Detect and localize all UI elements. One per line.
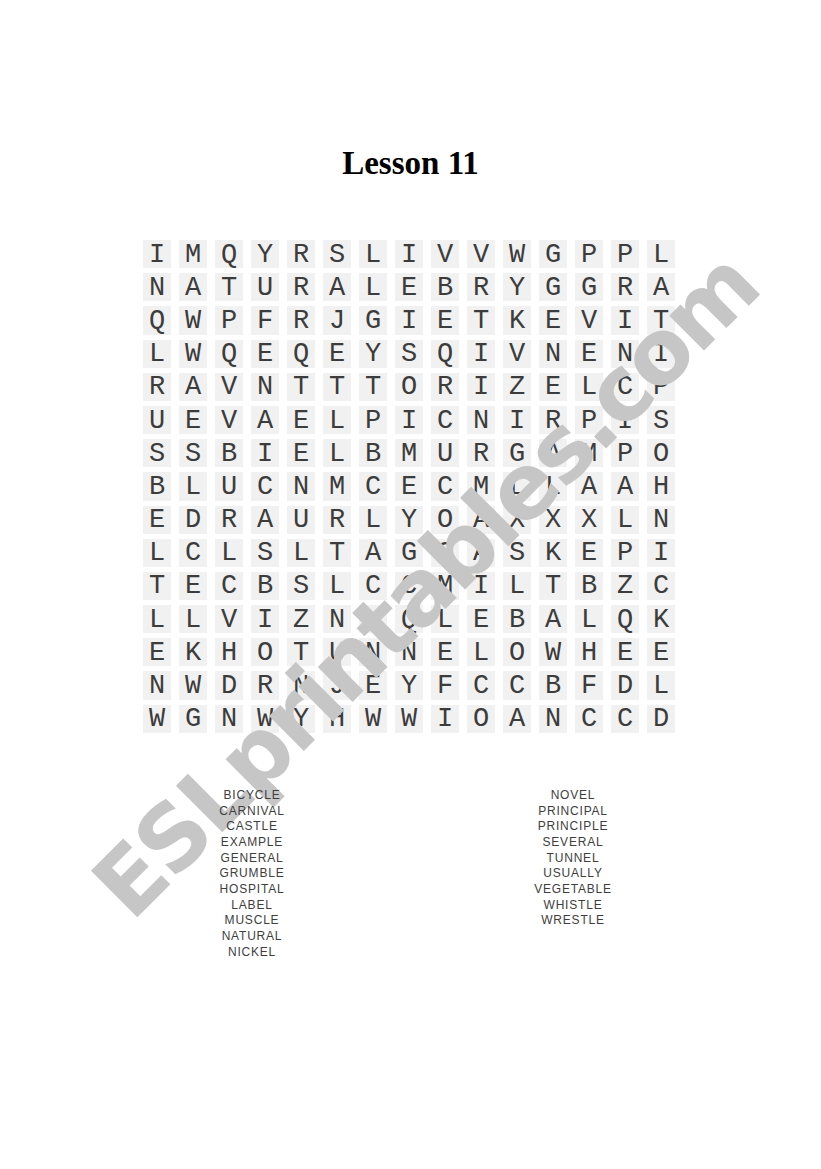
grid-cell-r13c11: O [499, 636, 535, 669]
grid-cell-r5c1: R [139, 371, 175, 404]
grid-letter: L [149, 538, 165, 568]
grid-cell-r5c3: V [211, 371, 247, 404]
grid-cell-r14c11: C [499, 669, 535, 702]
grid-cell-r7c3: B [211, 437, 247, 470]
grid-cell-r6c5: E [283, 404, 319, 437]
grid-letter: V [473, 240, 489, 270]
grid-letter: I [401, 240, 417, 270]
grid-letter: Q [221, 240, 237, 270]
word-list-item: WHISTLE [534, 898, 612, 914]
word-list-item: WRESTLE [534, 913, 612, 929]
grid-cell-r15c8: W [391, 703, 427, 736]
grid-cell-r4c7: Y [355, 338, 391, 371]
grid-cell-r2c7: L [355, 271, 391, 304]
grid-letter: I [473, 339, 489, 369]
grid-letter: H [581, 638, 597, 668]
grid-letter: K [545, 538, 561, 568]
grid-cell-r6c10: N [463, 404, 499, 437]
grid-letter: N [545, 704, 561, 734]
grid-letter: C [509, 671, 525, 701]
grid-cell-r7c7: B [355, 437, 391, 470]
grid-cell-r9c7: L [355, 504, 391, 537]
grid-letter: E [185, 571, 201, 601]
grid-letter: E [581, 538, 597, 568]
grid-letter: C [473, 671, 489, 701]
grid-cell-r8c1: B [139, 470, 175, 503]
grid-cell-r4c4: E [247, 338, 283, 371]
grid-cell-r13c3: H [211, 636, 247, 669]
grid-cell-r1c13: P [571, 238, 607, 271]
grid-letter: P [617, 538, 633, 568]
grid-cell-r5c9: R [427, 371, 463, 404]
grid-cell-r13c13: H [571, 636, 607, 669]
grid-letter: G [365, 306, 381, 336]
grid-letter: L [581, 605, 597, 635]
grid-letter: E [617, 638, 633, 668]
grid-cell-r13c15: E [643, 636, 679, 669]
grid-letter: I [653, 538, 669, 568]
grid-cell-r12c15: K [643, 603, 679, 636]
grid-cell-r3c4: F [247, 304, 283, 337]
grid-letter: C [437, 406, 453, 436]
grid-cell-r1c3: Q [211, 238, 247, 271]
grid-cell-r1c11: W [499, 238, 535, 271]
grid-letter: E [437, 306, 453, 336]
grid-cell-r7c1: S [139, 437, 175, 470]
grid-letter: C [365, 472, 381, 502]
grid-letter: A [257, 406, 273, 436]
grid-letter: N [257, 372, 273, 402]
grid-letter: R [473, 273, 489, 303]
grid-cell-r1c8: I [391, 238, 427, 271]
grid-letter: L [473, 638, 489, 668]
grid-letter: C [581, 704, 597, 734]
grid-letter: E [257, 339, 273, 369]
grid-cell-r10c1: L [139, 537, 175, 570]
grid-cell-r1c10: V [463, 238, 499, 271]
grid-cell-r13c14: E [607, 636, 643, 669]
grid-letter: O [473, 704, 489, 734]
grid-letter: L [185, 472, 201, 502]
grid-letter: V [437, 240, 453, 270]
grid-letter: L [653, 240, 669, 270]
grid-letter: F [437, 671, 453, 701]
grid-cell-r11c2: E [175, 570, 211, 603]
grid-letter: A [257, 505, 273, 535]
grid-cell-r13c10: L [463, 636, 499, 669]
grid-letter: L [149, 339, 165, 369]
grid-letter: T [293, 372, 309, 402]
grid-cell-r13c12: W [535, 636, 571, 669]
grid-cell-r11c12: T [535, 570, 571, 603]
grid-letter: Q [617, 605, 633, 635]
grid-cell-r1c4: Y [247, 238, 283, 271]
grid-cell-r14c13: F [571, 669, 607, 702]
grid-cell-r15c14: C [607, 703, 643, 736]
grid-letter: F [257, 306, 273, 336]
grid-cell-r14c1: N [139, 669, 175, 702]
grid-cell-r3c3: P [211, 304, 247, 337]
grid-letter: E [293, 439, 309, 469]
grid-letter: I [149, 240, 165, 270]
grid-letter: I [257, 605, 273, 635]
grid-cell-r5c11: Z [499, 371, 535, 404]
grid-cell-r11c4: B [247, 570, 283, 603]
grid-letter: W [185, 306, 201, 336]
grid-cell-r7c8: M [391, 437, 427, 470]
grid-letter: G [545, 273, 561, 303]
word-list-item: BICYCLE [219, 788, 285, 804]
grid-cell-r5c7: T [355, 371, 391, 404]
grid-letter: T [365, 372, 381, 402]
grid-letter: R [293, 273, 309, 303]
grid-letter: C [653, 571, 669, 601]
grid-letter: A [545, 605, 561, 635]
grid-cell-r9c5: U [283, 504, 319, 537]
grid-cell-r4c2: W [175, 338, 211, 371]
grid-cell-r8c3: U [211, 470, 247, 503]
grid-cell-r5c5: T [283, 371, 319, 404]
grid-cell-r3c8: I [391, 304, 427, 337]
grid-letter: R [293, 240, 309, 270]
grid-cell-r10c6: T [319, 537, 355, 570]
grid-letter: E [329, 339, 345, 369]
grid-letter: Z [509, 372, 525, 402]
grid-letter: N [653, 505, 669, 535]
grid-cell-r4c9: Q [427, 338, 463, 371]
grid-cell-r3c5: R [283, 304, 319, 337]
grid-cell-r4c12: N [535, 338, 571, 371]
grid-letter: L [617, 505, 633, 535]
grid-cell-r12c14: Q [607, 603, 643, 636]
grid-letter: B [221, 439, 237, 469]
grid-cell-r15c12: N [535, 703, 571, 736]
grid-letter: B [509, 605, 525, 635]
grid-cell-r10c2: C [175, 537, 211, 570]
grid-cell-r10c5: L [283, 537, 319, 570]
grid-letter: S [149, 439, 165, 469]
word-list-right: NOVELPRINCIPALPRINCIPLESEVERALTUNNELUSUA… [534, 788, 612, 929]
grid-cell-r10c4: S [247, 537, 283, 570]
grid-letter: J [329, 306, 345, 336]
grid-letter: V [221, 605, 237, 635]
grid-letter: E [473, 605, 489, 635]
word-list-item: NATURAL [219, 929, 285, 945]
grid-letter: C [617, 704, 633, 734]
grid-cell-r1c7: L [355, 238, 391, 271]
grid-cell-r7c4: I [247, 437, 283, 470]
word-list-item: VEGETABLE [534, 882, 612, 898]
grid-letter: H [221, 638, 237, 668]
grid-cell-r3c11: K [499, 304, 535, 337]
grid-cell-r1c6: S [319, 238, 355, 271]
grid-letter: A [617, 472, 633, 502]
grid-cell-r9c13: X [571, 504, 607, 537]
grid-cell-r5c8: O [391, 371, 427, 404]
grid-cell-r2c11: Y [499, 271, 535, 304]
grid-cell-r1c5: R [283, 238, 319, 271]
grid-letter: S [329, 240, 345, 270]
grid-letter: C [257, 472, 273, 502]
grid-cell-r6c1: U [139, 404, 175, 437]
grid-cell-r4c10: I [463, 338, 499, 371]
word-list-item: USUALLY [534, 866, 612, 882]
grid-cell-r12c3: V [211, 603, 247, 636]
grid-cell-r8c5: N [283, 470, 319, 503]
grid-letter: A [329, 273, 345, 303]
grid-cell-r8c4: C [247, 470, 283, 503]
page-title: Lesson 11 [0, 144, 821, 182]
grid-letter: L [149, 605, 165, 635]
word-list-item: CARNIVAL [219, 804, 285, 820]
grid-letter: O [509, 638, 525, 668]
grid-letter: U [221, 472, 237, 502]
grid-letter: K [509, 306, 525, 336]
grid-cell-r15c13: C [571, 703, 607, 736]
grid-letter: R [437, 372, 453, 402]
grid-letter: W [149, 704, 165, 734]
grid-cell-r2c8: E [391, 271, 427, 304]
grid-letter: A [185, 372, 201, 402]
grid-letter: Y [365, 339, 381, 369]
grid-cell-r4c6: E [319, 338, 355, 371]
word-list-left: BICYCLECARNIVALCASTLEEXAMPLEGENERALGRUMB… [219, 788, 285, 960]
grid-cell-r6c7: P [355, 404, 391, 437]
grid-cell-r10c15: I [643, 537, 679, 570]
grid-cell-r12c4: I [247, 603, 283, 636]
grid-letter: L [653, 671, 669, 701]
grid-letter: Y [509, 273, 525, 303]
grid-cell-r12c12: A [535, 603, 571, 636]
grid-letter: M [185, 240, 201, 270]
grid-letter: B [149, 472, 165, 502]
grid-letter: T [221, 273, 237, 303]
grid-letter: A [185, 273, 201, 303]
grid-letter: U [293, 505, 309, 535]
grid-cell-r5c4: N [247, 371, 283, 404]
grid-cell-r3c6: J [319, 304, 355, 337]
grid-cell-r2c12: G [535, 271, 571, 304]
grid-letter: W [401, 704, 417, 734]
word-list-item: GRUMBLE [219, 866, 285, 882]
grid-letter: W [185, 671, 201, 701]
grid-letter: E [545, 306, 561, 336]
grid-cell-r14c9: F [427, 669, 463, 702]
grid-cell-r5c10: I [463, 371, 499, 404]
grid-cell-r11c3: C [211, 570, 247, 603]
grid-letter: D [653, 704, 669, 734]
grid-cell-r3c12: E [535, 304, 571, 337]
grid-letter: V [221, 406, 237, 436]
word-list-item: CASTLE [219, 819, 285, 835]
grid-cell-r11c14: Z [607, 570, 643, 603]
grid-cell-r3c2: W [175, 304, 211, 337]
grid-letter: R [617, 273, 633, 303]
grid-cell-r15c9: I [427, 703, 463, 736]
grid-letter: L [221, 538, 237, 568]
word-list-item: HOSPITAL [219, 882, 285, 898]
grid-cell-r1c2: M [175, 238, 211, 271]
grid-cell-r8c7: C [355, 470, 391, 503]
grid-cell-r10c3: L [211, 537, 247, 570]
grid-letter: T [329, 538, 345, 568]
grid-letter: W [545, 638, 561, 668]
grid-letter: G [185, 704, 201, 734]
grid-cell-r2c4: U [247, 271, 283, 304]
grid-letter: V [581, 306, 597, 336]
grid-letter: C [185, 538, 201, 568]
grid-letter: Q [221, 339, 237, 369]
grid-letter: D [221, 671, 237, 701]
grid-letter: P [581, 240, 597, 270]
grid-cell-r6c6: L [319, 404, 355, 437]
grid-cell-r2c5: R [283, 271, 319, 304]
grid-letter: B [257, 571, 273, 601]
word-list-item: NOVEL [534, 788, 612, 804]
grid-cell-r11c15: C [643, 570, 679, 603]
word-list-item: LABEL [219, 898, 285, 914]
grid-cell-r11c5: S [283, 570, 319, 603]
grid-cell-r6c8: I [391, 404, 427, 437]
grid-cell-r15c1: W [139, 703, 175, 736]
grid-cell-r7c2: S [175, 437, 211, 470]
grid-letter: N [545, 339, 561, 369]
grid-letter: Q [293, 339, 309, 369]
grid-cell-r12c1: L [139, 603, 175, 636]
grid-cell-r4c5: Q [283, 338, 319, 371]
grid-cell-r14c15: L [643, 669, 679, 702]
grid-letter: R [293, 306, 309, 336]
grid-cell-r14c12: B [535, 669, 571, 702]
grid-letter: B [437, 273, 453, 303]
grid-letter: K [185, 638, 201, 668]
grid-cell-r7c9: U [427, 437, 463, 470]
grid-letter: V [221, 372, 237, 402]
grid-letter: V [509, 339, 525, 369]
grid-letter: P [365, 406, 381, 436]
grid-letter: R [329, 505, 345, 535]
grid-letter: R [149, 372, 165, 402]
grid-letter: E [293, 406, 309, 436]
grid-cell-r2c10: R [463, 271, 499, 304]
grid-letter: Z [617, 571, 633, 601]
word-list-item: PRINCIPLE [534, 819, 612, 835]
grid-letter: E [185, 406, 201, 436]
grid-letter: U [257, 273, 273, 303]
grid-cell-r11c13: B [571, 570, 607, 603]
grid-cell-r9c3: R [211, 504, 247, 537]
grid-cell-r7c5: E [283, 437, 319, 470]
grid-letter: I [437, 704, 453, 734]
grid-cell-r8c15: H [643, 470, 679, 503]
grid-cell-r9c1: E [139, 504, 175, 537]
grid-cell-r1c1: I [139, 238, 175, 271]
grid-cell-r15c15: D [643, 703, 679, 736]
grid-cell-r12c11: B [499, 603, 535, 636]
grid-letter: L [293, 538, 309, 568]
grid-letter: L [365, 273, 381, 303]
grid-letter: L [509, 571, 525, 601]
grid-letter: T [473, 306, 489, 336]
grid-cell-r2c1: N [139, 271, 175, 304]
grid-letter: O [653, 439, 669, 469]
grid-cell-r1c12: G [535, 238, 571, 271]
grid-cell-r8c6: M [319, 470, 355, 503]
grid-letter: P [617, 240, 633, 270]
grid-letter: B [581, 571, 597, 601]
grid-letter: S [401, 339, 417, 369]
grid-letter: R [221, 505, 237, 535]
grid-cell-r8c2: L [175, 470, 211, 503]
grid-cell-r9c2: D [175, 504, 211, 537]
grid-cell-r4c3: Q [211, 338, 247, 371]
grid-cell-r9c15: N [643, 504, 679, 537]
grid-letter: T [329, 372, 345, 402]
grid-cell-r11c1: T [139, 570, 175, 603]
grid-cell-r6c2: E [175, 404, 211, 437]
word-list-item: MUSCLE [219, 913, 285, 929]
grid-letter: N [473, 406, 489, 436]
grid-letter: G [545, 240, 561, 270]
grid-letter: D [617, 671, 633, 701]
grid-letter: L [329, 406, 345, 436]
grid-letter: N [149, 273, 165, 303]
grid-cell-r12c2: L [175, 603, 211, 636]
grid-letter: T [149, 571, 165, 601]
grid-cell-r14c2: W [175, 669, 211, 702]
grid-letter: I [473, 372, 489, 402]
grid-cell-r9c4: A [247, 504, 283, 537]
grid-letter: I [401, 406, 417, 436]
grid-letter: E [149, 505, 165, 535]
grid-cell-r3c9: E [427, 304, 463, 337]
grid-cell-r15c11: A [499, 703, 535, 736]
grid-letter: M [401, 439, 417, 469]
grid-letter: H [653, 472, 669, 502]
grid-cell-r6c3: V [211, 404, 247, 437]
grid-cell-r8c8: E [391, 470, 427, 503]
grid-cell-r2c3: T [211, 271, 247, 304]
grid-letter: E [401, 472, 417, 502]
grid-cell-r7c15: O [643, 437, 679, 470]
grid-cell-r14c10: C [463, 669, 499, 702]
grid-letter: I [257, 439, 273, 469]
grid-cell-r9c14: L [607, 504, 643, 537]
grid-cell-r9c6: R [319, 504, 355, 537]
grid-letter: N [293, 472, 309, 502]
grid-letter: N [149, 671, 165, 701]
grid-cell-r12c13: L [571, 603, 607, 636]
grid-letter: S [257, 538, 273, 568]
grid-letter: D [185, 505, 201, 535]
grid-cell-r1c9: V [427, 238, 463, 271]
grid-letter: M [329, 472, 345, 502]
grid-letter: S [293, 571, 309, 601]
grid-letter: W [185, 339, 201, 369]
grid-cell-r1c14: P [607, 238, 643, 271]
grid-cell-r14c14: D [607, 669, 643, 702]
grid-letter: E [401, 273, 417, 303]
grid-cell-r6c4: A [247, 404, 283, 437]
grid-cell-r13c2: K [175, 636, 211, 669]
grid-letter: B [365, 439, 381, 469]
grid-letter: U [437, 439, 453, 469]
grid-cell-r2c2: A [175, 271, 211, 304]
grid-cell-r5c2: A [175, 371, 211, 404]
grid-cell-r10c14: P [607, 537, 643, 570]
grid-letter: X [581, 505, 597, 535]
grid-letter: Q [149, 306, 165, 336]
